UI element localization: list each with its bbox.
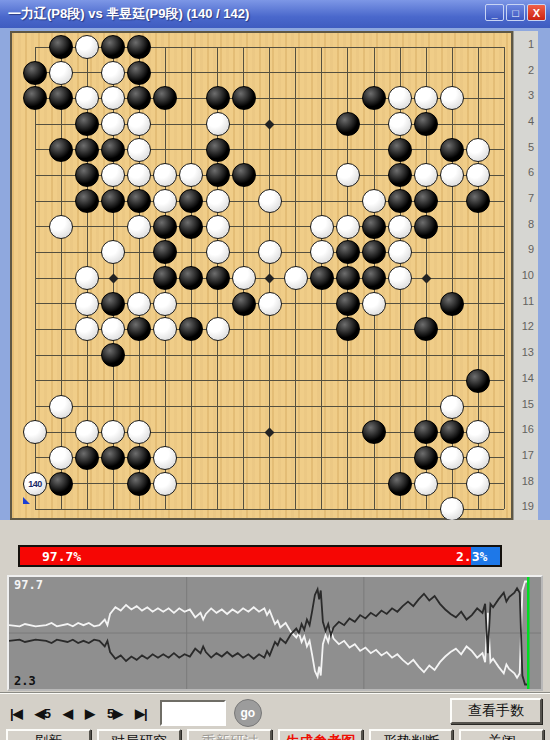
go-board[interactable]: 140 bbox=[10, 31, 513, 520]
white-stone bbox=[49, 395, 73, 419]
graph-bottom-value: 2.3 bbox=[14, 674, 36, 688]
row-label: 13 bbox=[522, 346, 534, 358]
grid-line bbox=[35, 509, 504, 510]
black-stone bbox=[206, 266, 230, 290]
black-stone bbox=[336, 240, 360, 264]
winrate-red-label: 97.7% bbox=[42, 549, 81, 564]
white-stone bbox=[75, 292, 99, 316]
row-label: 3 bbox=[528, 89, 534, 101]
white-stone bbox=[127, 112, 151, 136]
white-stone bbox=[336, 163, 360, 187]
minimize-button[interactable]: _ bbox=[485, 4, 504, 21]
nav-forward-icon[interactable]: ▶ bbox=[85, 706, 94, 721]
white-stone bbox=[49, 215, 73, 239]
black-stone bbox=[388, 472, 412, 496]
star-point bbox=[265, 427, 275, 437]
generate-reference-button[interactable]: 生成参考图 bbox=[278, 729, 363, 740]
black-stone bbox=[127, 61, 151, 85]
white-stone bbox=[153, 189, 177, 213]
go-button[interactable]: go bbox=[234, 699, 262, 727]
winrate-bar: 97.7% 2.3% bbox=[18, 545, 502, 567]
white-stone bbox=[440, 446, 464, 470]
white-stone bbox=[206, 112, 230, 136]
white-stone bbox=[466, 138, 490, 162]
row-label: 11 bbox=[523, 295, 534, 307]
maximize-button[interactable]: □ bbox=[506, 4, 525, 21]
black-stone bbox=[336, 317, 360, 341]
white-stone bbox=[75, 35, 99, 59]
black-stone bbox=[127, 472, 151, 496]
black-stone bbox=[362, 86, 386, 110]
row-label: 10 bbox=[522, 269, 534, 281]
white-stone bbox=[258, 292, 282, 316]
black-stone bbox=[414, 317, 438, 341]
white-stone bbox=[466, 446, 490, 470]
black-stone bbox=[232, 86, 256, 110]
black-stone bbox=[49, 35, 73, 59]
black-stone bbox=[101, 446, 125, 470]
white-stone bbox=[75, 266, 99, 290]
white-stone bbox=[466, 472, 490, 496]
black-stone bbox=[101, 138, 125, 162]
black-stone bbox=[153, 266, 177, 290]
navigation-row: |◀ ◀5 ◀ ▶ 5▶ ▶| go bbox=[10, 699, 262, 727]
black-stone bbox=[101, 292, 125, 316]
white-stone bbox=[232, 266, 256, 290]
black-stone bbox=[440, 420, 464, 444]
white-stone bbox=[101, 112, 125, 136]
black-stone bbox=[206, 163, 230, 187]
winrate-graph-canvas bbox=[9, 577, 541, 689]
white-stone bbox=[362, 292, 386, 316]
black-stone bbox=[232, 163, 256, 187]
black-stone bbox=[23, 61, 47, 85]
title-bar[interactable]: 一力辽(P8段) vs 芈昱廷(P9段) (140 / 142) _ □ X bbox=[0, 0, 550, 28]
nav-forward5-icon[interactable]: 5▶ bbox=[107, 706, 122, 721]
black-stone bbox=[75, 163, 99, 187]
white-stone bbox=[414, 86, 438, 110]
row-label: 16 bbox=[522, 423, 534, 435]
white-stone bbox=[49, 446, 73, 470]
white-stone bbox=[153, 446, 177, 470]
app-window: 一力辽(P8段) vs 芈昱廷(P9段) (140 / 142) _ □ X 1… bbox=[0, 0, 550, 740]
white-stone bbox=[127, 163, 151, 187]
black-stone bbox=[388, 138, 412, 162]
star-point bbox=[265, 273, 275, 283]
black-stone bbox=[75, 112, 99, 136]
row-label: 17 bbox=[522, 449, 534, 461]
black-stone bbox=[179, 317, 203, 341]
white-stone bbox=[75, 420, 99, 444]
white-stone bbox=[101, 86, 125, 110]
white-stone bbox=[206, 189, 230, 213]
row-label: 4 bbox=[528, 115, 534, 127]
black-stone bbox=[75, 189, 99, 213]
white-stone bbox=[179, 163, 203, 187]
white-stone bbox=[440, 395, 464, 419]
black-stone bbox=[49, 138, 73, 162]
graph-top-value: 97.7 bbox=[14, 578, 43, 592]
white-stone bbox=[258, 240, 282, 264]
star-point bbox=[421, 273, 431, 283]
black-stone bbox=[153, 240, 177, 264]
row-label: 9 bbox=[528, 243, 534, 255]
winrate-blue-label: 2.3% bbox=[456, 549, 487, 564]
white-stone bbox=[414, 472, 438, 496]
row-label: 8 bbox=[528, 218, 534, 230]
white-stone bbox=[127, 420, 151, 444]
black-stone bbox=[179, 215, 203, 239]
black-stone bbox=[179, 266, 203, 290]
black-stone bbox=[101, 189, 125, 213]
white-stone bbox=[101, 61, 125, 85]
action-button-row: 刷新 对局研究 重新研讨 生成参考图 形势判断 关闭 bbox=[6, 729, 544, 740]
view-moves-button[interactable]: 查看手数 bbox=[450, 698, 542, 724]
close-window-button[interactable]: 关闭 bbox=[459, 729, 544, 740]
black-stone bbox=[362, 240, 386, 264]
white-stone bbox=[440, 497, 464, 521]
black-stone bbox=[127, 446, 151, 470]
re-research-button[interactable]: 重新研讨 bbox=[187, 729, 272, 740]
black-stone bbox=[336, 266, 360, 290]
white-stone bbox=[127, 215, 151, 239]
white-stone bbox=[153, 472, 177, 496]
grid-line bbox=[504, 47, 505, 509]
white-stone bbox=[206, 240, 230, 264]
white-stone bbox=[414, 163, 438, 187]
black-stone bbox=[336, 292, 360, 316]
white-stone: 140 bbox=[23, 472, 47, 496]
window-title: 一力辽(P8段) vs 芈昱廷(P9段) (140 / 142) bbox=[0, 5, 249, 23]
black-stone bbox=[388, 163, 412, 187]
move-number-input[interactable] bbox=[160, 700, 226, 726]
black-stone bbox=[75, 446, 99, 470]
lower-panel: 97.7% 2.3% 97.7 2.3 |◀ ◀5 ◀ ▶ 5▶ ▶| go 查… bbox=[0, 520, 550, 740]
black-stone bbox=[127, 86, 151, 110]
white-stone bbox=[336, 215, 360, 239]
black-stone bbox=[440, 292, 464, 316]
white-stone bbox=[206, 317, 230, 341]
black-stone bbox=[49, 86, 73, 110]
game-research-button[interactable]: 对局研究 bbox=[97, 729, 182, 740]
black-stone bbox=[179, 189, 203, 213]
white-stone bbox=[388, 112, 412, 136]
white-stone bbox=[466, 420, 490, 444]
black-stone bbox=[23, 86, 47, 110]
white-stone bbox=[101, 420, 125, 444]
white-stone bbox=[23, 420, 47, 444]
row-label: 18 bbox=[522, 475, 534, 487]
nav-last-icon[interactable]: ▶| bbox=[135, 706, 147, 721]
black-stone bbox=[414, 189, 438, 213]
black-stone bbox=[101, 35, 125, 59]
black-stone bbox=[232, 292, 256, 316]
nav-back5-icon[interactable]: ◀5 bbox=[35, 706, 50, 721]
nav-first-icon[interactable]: |◀ bbox=[10, 706, 22, 721]
black-stone bbox=[336, 112, 360, 136]
star-point bbox=[108, 273, 118, 283]
white-stone bbox=[49, 61, 73, 85]
black-stone bbox=[414, 112, 438, 136]
move-number-label: 140 bbox=[28, 479, 42, 489]
white-stone bbox=[388, 215, 412, 239]
white-stone bbox=[127, 292, 151, 316]
row-label: 2 bbox=[528, 64, 534, 76]
board-row-labels: 12345678910111213141516171819 bbox=[513, 31, 538, 520]
black-stone bbox=[206, 86, 230, 110]
row-label: 6 bbox=[528, 166, 534, 178]
black-stone bbox=[310, 266, 334, 290]
white-stone bbox=[75, 86, 99, 110]
black-stone bbox=[101, 343, 125, 367]
black-stone bbox=[49, 472, 73, 496]
black-stone bbox=[414, 446, 438, 470]
black-stone bbox=[362, 215, 386, 239]
row-label: 15 bbox=[522, 398, 534, 410]
window-buttons: _ □ X bbox=[485, 4, 546, 21]
row-label: 14 bbox=[522, 372, 534, 384]
white-stone bbox=[310, 215, 334, 239]
white-stone bbox=[310, 240, 334, 264]
last-move-triangle-icon bbox=[23, 497, 30, 504]
white-stone bbox=[388, 266, 412, 290]
nav-back-icon[interactable]: ◀ bbox=[63, 706, 72, 721]
white-stone bbox=[362, 189, 386, 213]
white-stone bbox=[466, 163, 490, 187]
white-stone bbox=[258, 189, 282, 213]
white-stone bbox=[440, 86, 464, 110]
black-stone bbox=[466, 369, 490, 393]
white-stone bbox=[153, 163, 177, 187]
grid-line bbox=[35, 406, 504, 407]
close-button[interactable]: X bbox=[527, 4, 546, 21]
black-stone bbox=[127, 189, 151, 213]
black-stone bbox=[440, 138, 464, 162]
winrate-bar-red bbox=[20, 547, 471, 565]
black-stone bbox=[206, 138, 230, 162]
refresh-button[interactable]: 刷新 bbox=[6, 729, 91, 740]
controls-panel: |◀ ◀5 ◀ ▶ 5▶ ▶| go 查看手数 刷新 对局研究 重新研讨 生成参… bbox=[0, 692, 550, 740]
grid-line bbox=[35, 380, 504, 381]
white-stone bbox=[101, 317, 125, 341]
black-stone bbox=[127, 35, 151, 59]
white-stone bbox=[388, 86, 412, 110]
row-label: 7 bbox=[528, 192, 534, 204]
black-stone bbox=[388, 189, 412, 213]
white-stone bbox=[127, 138, 151, 162]
black-stone bbox=[362, 266, 386, 290]
row-label: 1 bbox=[528, 38, 534, 50]
black-stone bbox=[153, 215, 177, 239]
white-stone bbox=[284, 266, 308, 290]
row-label: 5 bbox=[528, 141, 534, 153]
white-stone bbox=[75, 317, 99, 341]
white-stone bbox=[153, 317, 177, 341]
black-stone bbox=[466, 189, 490, 213]
white-stone bbox=[388, 240, 412, 264]
white-stone bbox=[101, 240, 125, 264]
position-judgement-button[interactable]: 形势判断 bbox=[369, 729, 454, 740]
winrate-graph[interactable]: 97.7 2.3 bbox=[7, 575, 543, 691]
black-stone bbox=[362, 420, 386, 444]
star-point bbox=[265, 119, 275, 129]
row-label: 12 bbox=[522, 320, 534, 332]
white-stone bbox=[101, 163, 125, 187]
black-stone bbox=[414, 215, 438, 239]
white-stone bbox=[153, 292, 177, 316]
black-stone bbox=[153, 86, 177, 110]
row-label: 19 bbox=[522, 500, 534, 512]
white-stone bbox=[440, 163, 464, 187]
black-stone bbox=[414, 420, 438, 444]
white-stone bbox=[206, 215, 230, 239]
black-stone bbox=[127, 317, 151, 341]
black-stone bbox=[75, 138, 99, 162]
